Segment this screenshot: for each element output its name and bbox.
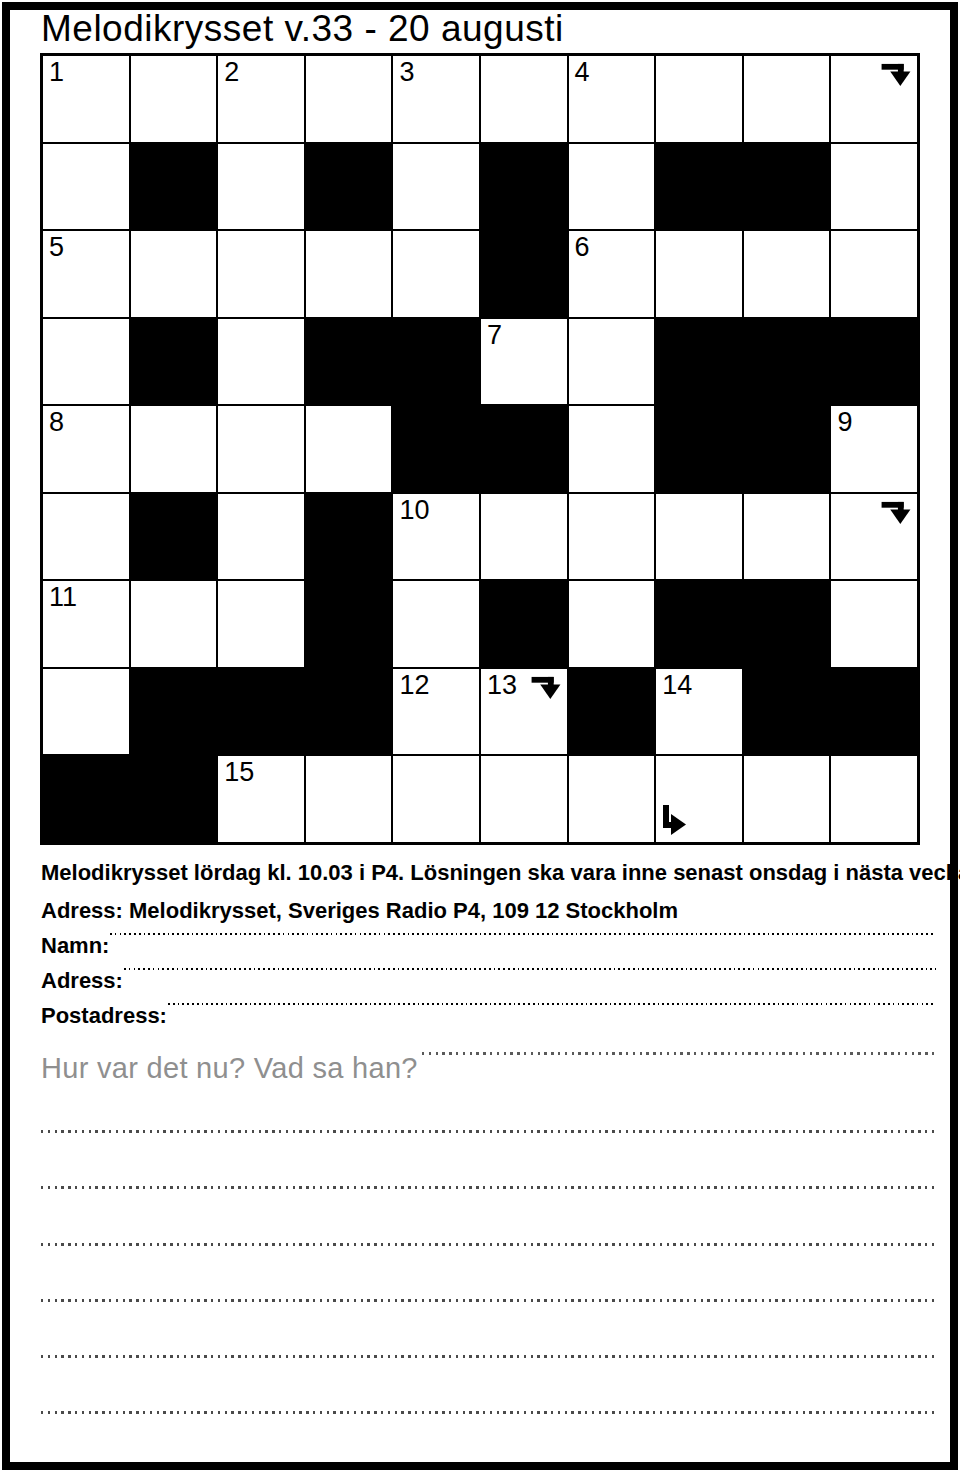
cell-r5c1[interactable]: 8: [42, 405, 130, 493]
cell-r2c2-black: [130, 143, 218, 231]
cell-r3c5[interactable]: [392, 230, 480, 318]
cell-r6c4-black: [305, 493, 393, 581]
address-field-row: Adress:: [41, 968, 936, 993]
cell-r4c8-black: [655, 318, 743, 406]
name-entry-line[interactable]: [110, 933, 936, 958]
cell-r7c6-black: [480, 580, 568, 668]
cell-r4c3[interactable]: [217, 318, 305, 406]
clue-number: 14: [662, 670, 692, 701]
notes-prompt: Hur var det nu? Vad sa han?: [41, 1052, 418, 1084]
cell-r1c10[interactable]: [830, 55, 918, 143]
cell-r1c3[interactable]: 2: [217, 55, 305, 143]
cell-r9c2-black: [130, 755, 218, 843]
cell-r2c5[interactable]: [392, 143, 480, 231]
cell-r1c6[interactable]: [480, 55, 568, 143]
blank-dotted-line[interactable]: [41, 1355, 936, 1359]
cell-r3c4[interactable]: [305, 230, 393, 318]
cell-r6c5[interactable]: 10: [392, 493, 480, 581]
cell-r9c9[interactable]: [743, 755, 831, 843]
cell-r9c3[interactable]: 15: [217, 755, 305, 843]
cell-r6c1[interactable]: [42, 493, 130, 581]
cell-r5c2[interactable]: [130, 405, 218, 493]
cell-r1c8[interactable]: [655, 55, 743, 143]
cell-r5c6-black: [480, 405, 568, 493]
cell-r6c7[interactable]: [568, 493, 656, 581]
cell-r7c1[interactable]: 11: [42, 580, 130, 668]
cell-r8c9-black: [743, 668, 831, 756]
puzzle-page: Melodikrysset v.33 - 20 augusti 12345678…: [0, 0, 960, 1472]
cell-r3c8[interactable]: [655, 230, 743, 318]
cell-r3c3[interactable]: [217, 230, 305, 318]
cell-r8c7-black: [568, 668, 656, 756]
cell-r5c8-black: [655, 405, 743, 493]
clue-number: 12: [399, 670, 429, 701]
cell-r3c1[interactable]: 5: [42, 230, 130, 318]
cell-r6c6[interactable]: [480, 493, 568, 581]
cell-r6c3[interactable]: [217, 493, 305, 581]
cell-r9c6[interactable]: [480, 755, 568, 843]
crossword-grid: 123456789101112131415: [40, 53, 920, 845]
cell-r9c1-black: [42, 755, 130, 843]
cell-r1c1[interactable]: 1: [42, 55, 130, 143]
cell-r7c7[interactable]: [568, 580, 656, 668]
postal-field-row: Postadress:: [41, 1003, 936, 1028]
clue-number: 8: [49, 407, 64, 438]
cell-r3c10[interactable]: [830, 230, 918, 318]
cell-r6c8[interactable]: [655, 493, 743, 581]
cell-r6c9[interactable]: [743, 493, 831, 581]
clue-number: 10: [399, 495, 429, 526]
cell-r7c4-black: [305, 580, 393, 668]
turn-down-arrow-icon: [881, 62, 911, 87]
cell-r7c3[interactable]: [217, 580, 305, 668]
blank-dotted-line[interactable]: [41, 1186, 936, 1190]
cell-r9c5[interactable]: [392, 755, 480, 843]
cell-r6c10[interactable]: [830, 493, 918, 581]
postal-address-info: Adress: Melodikrysset, Sveriges Radio P4…: [41, 898, 678, 924]
cell-r2c4-black: [305, 143, 393, 231]
cell-r2c9-black: [743, 143, 831, 231]
blank-dotted-line[interactable]: [41, 1411, 936, 1415]
cell-r4c6[interactable]: 7: [480, 318, 568, 406]
address-entry-line[interactable]: [124, 968, 936, 993]
turn-right-arrow-icon: [661, 805, 686, 835]
clue-number: 3: [399, 57, 414, 88]
cell-r1c2[interactable]: [130, 55, 218, 143]
cell-r2c7[interactable]: [568, 143, 656, 231]
cell-r8c10-black: [830, 668, 918, 756]
name-label: Namn:: [41, 933, 109, 958]
cell-r4c4-black: [305, 318, 393, 406]
cell-r5c7[interactable]: [568, 405, 656, 493]
cell-r3c6-black: [480, 230, 568, 318]
cell-r1c5[interactable]: 3: [392, 55, 480, 143]
cell-r7c2[interactable]: [130, 580, 218, 668]
cell-r4c9-black: [743, 318, 831, 406]
clue-number: 15: [224, 757, 254, 788]
cell-r8c1[interactable]: [42, 668, 130, 756]
cell-r7c8-black: [655, 580, 743, 668]
turn-down-arrow-icon: [881, 500, 911, 525]
cell-r7c10[interactable]: [830, 580, 918, 668]
clue-number: 7: [487, 320, 502, 351]
clue-number: 9: [837, 407, 852, 438]
cell-r4c7[interactable]: [568, 318, 656, 406]
clue-number: 11: [49, 582, 77, 613]
blank-dotted-line[interactable]: [41, 1299, 936, 1303]
cell-r1c9[interactable]: [743, 55, 831, 143]
address-label: Adress:: [41, 968, 123, 993]
postal-entry-line[interactable]: [168, 1003, 936, 1028]
cell-r6c2-black: [130, 493, 218, 581]
cell-r5c4[interactable]: [305, 405, 393, 493]
cell-r5c5-black: [392, 405, 480, 493]
cell-r8c3-black: [217, 668, 305, 756]
cell-r2c1[interactable]: [42, 143, 130, 231]
cell-r3c9[interactable]: [743, 230, 831, 318]
cell-r4c2-black: [130, 318, 218, 406]
page-title: Melodikrysset v.33 - 20 augusti: [41, 8, 564, 50]
cell-r7c9-black: [743, 580, 831, 668]
cell-r5c9-black: [743, 405, 831, 493]
notes-entry-line[interactable]: [422, 1052, 936, 1084]
blank-dotted-line[interactable]: [41, 1130, 936, 1134]
clue-number: 2: [224, 57, 239, 88]
cell-r9c7[interactable]: [568, 755, 656, 843]
cell-r8c2-black: [130, 668, 218, 756]
cell-r8c8[interactable]: 14: [655, 668, 743, 756]
cell-r9c4[interactable]: [305, 755, 393, 843]
cell-r2c8-black: [655, 143, 743, 231]
clue-number: 13: [487, 670, 517, 701]
postal-label: Postadress:: [41, 1003, 167, 1028]
cell-r3c2[interactable]: [130, 230, 218, 318]
cell-r8c5[interactable]: 12: [392, 668, 480, 756]
cell-r1c7[interactable]: 4: [568, 55, 656, 143]
cell-r4c5-black: [392, 318, 480, 406]
clue-number: 1: [49, 57, 64, 88]
cell-r8c4-black: [305, 668, 393, 756]
clue-number: 4: [575, 57, 590, 88]
clue-number: 5: [49, 232, 64, 263]
cell-r2c10[interactable]: [830, 143, 918, 231]
cell-r8c6[interactable]: 13: [480, 668, 568, 756]
cell-r2c6-black: [480, 143, 568, 231]
cell-r7c5[interactable]: [392, 580, 480, 668]
clue-number: 6: [575, 232, 590, 263]
cell-r9c10[interactable]: [830, 755, 918, 843]
cell-r9c8[interactable]: [655, 755, 743, 843]
cell-r5c3[interactable]: [217, 405, 305, 493]
cell-r5c10[interactable]: 9: [830, 405, 918, 493]
cell-r2c3[interactable]: [217, 143, 305, 231]
name-field-row: Namn:: [41, 933, 936, 958]
cell-r1c4[interactable]: [305, 55, 393, 143]
turn-down-arrow-icon: [531, 675, 561, 700]
notes-prompt-row: Hur var det nu? Vad sa han?: [41, 1052, 936, 1084]
cell-r3c7[interactable]: 6: [568, 230, 656, 318]
cell-r4c1[interactable]: [42, 318, 130, 406]
broadcast-info: Melodikrysset lördag kl. 10.03 i P4. Lös…: [41, 860, 960, 886]
blank-dotted-line[interactable]: [41, 1243, 936, 1247]
cell-r4c10-black: [830, 318, 918, 406]
